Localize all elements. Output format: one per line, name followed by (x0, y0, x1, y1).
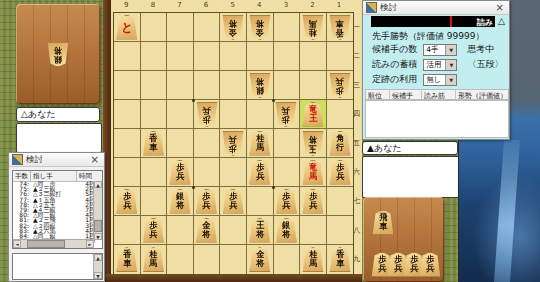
dropdown-arrow-icon: ▼ (445, 60, 456, 70)
square-5-5[interactable]: 歩兵 (220, 129, 247, 158)
square-2-6[interactable]: 竜馬 (300, 158, 327, 187)
sente-promoted-piece-竜王[interactable]: 竜王 (302, 102, 324, 127)
square-4-5[interactable]: 桂馬 (247, 129, 274, 158)
file-label: 7 (166, 1, 193, 9)
sente-piece-桂馬[interactable]: 桂馬 (142, 247, 164, 272)
candidate-column-header: 候補手 (390, 90, 422, 99)
sente-piece-歩兵[interactable]: 歩兵 (196, 189, 218, 214)
sente-piece-桂馬[interactable]: 桂馬 (249, 131, 271, 156)
gote-captured-pieces-stand: 銀将 (16, 4, 100, 104)
file-label: 5 (219, 1, 246, 9)
sente-piece-桂馬[interactable]: 桂馬 (302, 247, 324, 272)
square-4-2[interactable] (247, 42, 274, 71)
square-2-1[interactable]: 桂馬 (300, 13, 327, 42)
scroll-left-icon[interactable]: ◄ (13, 240, 21, 248)
square-8-7[interactable] (141, 187, 168, 216)
board-grid: と金将金将桂馬香車銀将歩兵歩兵歩兵竜王香車歩兵桂馬玉将角行歩兵歩兵竜馬歩兵歩兵銀… (113, 12, 354, 275)
pv-column-header: 読み筋 (422, 90, 456, 99)
square-9-3[interactable] (114, 71, 141, 100)
square-8-3[interactable] (141, 71, 168, 100)
evaluation-marker (450, 16, 452, 27)
file-label: 3 (273, 1, 300, 9)
search-reuse-select[interactable]: 活用 ▼ (423, 59, 457, 71)
gote-piece-桂馬[interactable]: 桂馬 (302, 15, 324, 40)
sente-captured-pieces-stand: 飛車歩兵歩兵歩兵歩兵 (363, 197, 444, 282)
square-8-9[interactable]: 桂馬 (141, 245, 168, 274)
move-list: 手数 指し手 時間 74:△同 歩4秒75:▲２三銀2秒76:△３二銀打5秒77… (12, 170, 103, 249)
sente-piece-王将[interactable]: 王将 (249, 218, 271, 243)
scroll-right-icon[interactable]: ► (86, 240, 94, 248)
sente-piece-香車[interactable]: 香車 (116, 247, 138, 272)
file-label: 1 (326, 1, 353, 9)
sente-player-name: ▲あなた (367, 142, 402, 155)
sente-piece-歩兵[interactable]: 歩兵 (419, 252, 441, 277)
search-reuse-label: 読みの蓄積 (372, 58, 417, 71)
close-icon[interactable]: × (494, 3, 506, 13)
square-5-2[interactable] (220, 42, 247, 71)
square-1-5[interactable]: 角行 (327, 129, 354, 158)
square-3-5[interactable] (274, 129, 301, 158)
square-2-4[interactable]: 竜王 (300, 100, 327, 129)
board-wood-frame-bottom (103, 274, 362, 282)
sente-piece-歩兵[interactable]: 歩兵 (222, 189, 244, 214)
gote-piece-金将[interactable]: 金将 (222, 15, 244, 40)
square-8-8[interactable]: 歩兵 (141, 216, 168, 245)
sente-piece-歩兵[interactable]: 歩兵 (116, 189, 138, 214)
square-5-7[interactable]: 歩兵 (220, 187, 247, 216)
square-1-7[interactable] (327, 187, 354, 216)
sente-player-plate: ▲あなた (362, 141, 458, 155)
sente-piece-香車[interactable]: 香車 (142, 131, 164, 156)
gote-piece-香車[interactable]: 香車 (329, 15, 351, 40)
candidate-count-label: 候補手の数 (372, 43, 417, 56)
star-point (272, 186, 275, 189)
shogi-board: 987654321 一二三四五六七八九 と金将金将桂馬香車銀将歩兵歩兵歩兵竜王香… (111, 0, 362, 274)
sente-piece-歩兵[interactable]: 歩兵 (302, 189, 324, 214)
gote-piece-銀将[interactable]: 銀将 (47, 42, 69, 67)
square-6-1[interactable] (194, 13, 221, 42)
shogi-app-screen: 987654321 一二三四五六七八九 と金将金将桂馬香車銀将歩兵歩兵歩兵竜王香… (0, 0, 540, 282)
sente-piece-歩兵[interactable]: 歩兵 (329, 160, 351, 185)
gote-piece-玉将[interactable]: 玉将 (302, 131, 324, 156)
sente-piece-歩兵[interactable]: 歩兵 (169, 160, 191, 185)
square-3-6[interactable] (274, 158, 301, 187)
candidate-count-select[interactable]: 4手 ▼ (423, 44, 457, 56)
gote-piece-銀将[interactable]: 銀将 (249, 73, 271, 98)
opening-book-label: 定跡の利用 (372, 73, 417, 86)
square-6-5[interactable] (194, 129, 221, 158)
mate-label: 詰み (477, 17, 493, 28)
square-6-9[interactable] (194, 245, 221, 274)
square-4-7[interactable] (247, 187, 274, 216)
sente-piece-香車[interactable]: 香車 (329, 247, 351, 272)
square-2-8[interactable] (300, 216, 327, 245)
file-coordinate-labels: 987654321 (113, 1, 353, 9)
file-label: 4 (246, 1, 273, 9)
square-2-2[interactable] (300, 42, 327, 71)
square-5-6[interactable] (220, 158, 247, 187)
square-7-7[interactable]: 銀将 (167, 187, 194, 216)
square-8-6[interactable] (141, 158, 168, 187)
square-1-9[interactable]: 香車 (327, 245, 354, 274)
gote-player-name: △あなた (21, 108, 56, 121)
eval-column-header: 形勢（評価値） (456, 90, 508, 99)
square-6-8[interactable]: 金将 (194, 216, 221, 245)
square-3-9[interactable] (274, 245, 301, 274)
square-1-1[interactable]: 香車 (327, 13, 354, 42)
sente-promoted-piece-と[interactable]: と (116, 15, 138, 40)
rank-column-header: 順位 (366, 90, 390, 99)
move-rows: 74:△同 歩4秒75:▲２三銀2秒76:△３二銀打5秒77:▲１五角4秒78:… (13, 181, 95, 243)
sente-piece-歩兵[interactable]: 歩兵 (249, 160, 271, 185)
square-1-8[interactable] (327, 216, 354, 245)
square-5-1[interactable]: 金将 (220, 13, 247, 42)
square-1-2[interactable] (327, 42, 354, 71)
square-2-7[interactable]: 歩兵 (300, 187, 327, 216)
file-label: 6 (193, 1, 220, 9)
square-7-8[interactable] (167, 216, 194, 245)
gote-info-box (16, 123, 102, 153)
square-4-6[interactable]: 歩兵 (247, 158, 274, 187)
square-9-9[interactable]: 香車 (114, 245, 141, 274)
square-4-8[interactable]: 王将 (247, 216, 274, 245)
star-point (272, 99, 275, 102)
dropdown-arrow-icon: ▼ (445, 45, 456, 55)
square-3-1[interactable] (274, 13, 301, 42)
strength-label: 〈五段〉 (467, 58, 503, 71)
square-9-5[interactable] (114, 129, 141, 158)
square-2-3[interactable] (300, 71, 327, 100)
square-7-1[interactable] (167, 13, 194, 42)
square-9-1[interactable]: と (114, 13, 141, 42)
square-3-7[interactable]: 歩兵 (274, 187, 301, 216)
file-label: 8 (140, 1, 167, 9)
scroll-up-icon[interactable]: ▲ (94, 254, 102, 261)
square-8-1[interactable] (141, 13, 168, 42)
comment-vertical-scrollbar[interactable]: ▲ ▼ (93, 254, 102, 279)
sente-piece-歩兵[interactable]: 歩兵 (275, 189, 297, 214)
square-6-7[interactable]: 歩兵 (194, 187, 221, 216)
square-7-9[interactable] (167, 245, 194, 274)
sente-piece-銀将[interactable]: 銀将 (275, 218, 297, 243)
square-9-7[interactable]: 歩兵 (114, 187, 141, 216)
square-3-8[interactable]: 銀将 (274, 216, 301, 245)
square-6-4[interactable]: 歩兵 (194, 100, 221, 129)
square-7-2[interactable] (167, 42, 194, 71)
square-1-6[interactable]: 歩兵 (327, 158, 354, 187)
sente-info-box (362, 156, 460, 198)
square-5-8[interactable] (220, 216, 247, 245)
sente-piece-銀将[interactable]: 銀将 (169, 189, 191, 214)
sente-piece-角行[interactable]: 角行 (329, 131, 351, 156)
square-9-4[interactable] (114, 100, 141, 129)
square-4-3[interactable]: 銀将 (247, 71, 274, 100)
kifu-comment-box[interactable]: ▲ ▼ (12, 253, 103, 280)
star-point (192, 99, 195, 102)
square-1-4[interactable] (327, 100, 354, 129)
scrollbar-thumb[interactable] (27, 240, 65, 248)
square-6-3[interactable] (194, 71, 221, 100)
evaluation-bar: 詰み (371, 16, 495, 27)
square-4-4[interactable] (247, 100, 274, 129)
dropdown-arrow-icon: ▼ (445, 75, 456, 85)
gote-piece-歩兵[interactable]: 歩兵 (196, 102, 218, 127)
sente-piece-金将[interactable]: 金将 (196, 218, 218, 243)
move-list-horizontal-scrollbar[interactable]: ◄ ► (13, 239, 94, 248)
square-8-4[interactable] (141, 100, 168, 129)
square-7-3[interactable] (167, 71, 194, 100)
square-7-5[interactable] (167, 129, 194, 158)
kifu-window-titlebar[interactable]: 検討 × (9, 153, 104, 167)
square-2-9[interactable]: 桂馬 (300, 245, 327, 274)
scrollbar-thumb[interactable] (94, 220, 102, 232)
square-4-1[interactable]: 金将 (247, 13, 274, 42)
gote-piece-金将[interactable]: 金将 (249, 15, 271, 40)
app-icon (12, 154, 23, 165)
gote-piece-歩兵[interactable]: 歩兵 (222, 131, 244, 156)
sente-piece-金将[interactable]: 金将 (249, 247, 271, 272)
analysis-window-title: 検討 (380, 2, 494, 14)
square-7-6[interactable]: 歩兵 (167, 158, 194, 187)
square-8-2[interactable] (141, 42, 168, 71)
square-9-8[interactable] (114, 216, 141, 245)
square-5-4[interactable] (220, 100, 247, 129)
move-list-vertical-scrollbar[interactable]: ▲ ▼ (93, 181, 102, 240)
kifu-window: 検討 × 手数 指し手 時間 74:△同 歩4秒75:▲２三銀2秒76:△３二銀… (8, 152, 105, 282)
square-8-5[interactable]: 香車 (141, 129, 168, 158)
square-3-3[interactable] (274, 71, 301, 100)
gote-player-plate: △あなた (16, 107, 100, 122)
square-5-9[interactable] (220, 245, 247, 274)
square-9-2[interactable] (114, 42, 141, 71)
file-label: 9 (113, 1, 140, 9)
square-1-3[interactable]: 歩兵 (327, 71, 354, 100)
analysis-window: 検討 × 詰み △ 先手勝勢（評価値 99999） 候補手の数 4手 ▼ 思考中… (362, 0, 510, 140)
square-6-2[interactable] (194, 42, 221, 71)
square-9-6[interactable] (114, 158, 141, 187)
app-icon (366, 2, 377, 13)
candidate-table-header: 順位 候補手 読み筋 形勢（評価値） (365, 89, 509, 100)
file-label: 2 (299, 1, 326, 9)
kifu-window-title: 検討 (26, 154, 89, 166)
square-3-4[interactable]: 歩兵 (274, 100, 301, 129)
gote-piece-歩兵[interactable]: 歩兵 (275, 102, 297, 127)
square-5-3[interactable] (220, 71, 247, 100)
square-3-2[interactable] (274, 42, 301, 71)
scroll-down-icon[interactable]: ▼ (94, 272, 102, 279)
square-6-6[interactable] (194, 158, 221, 187)
side-to-move-mark: △ (498, 16, 505, 26)
gote-piece-歩兵[interactable]: 歩兵 (329, 73, 351, 98)
star-point (192, 186, 195, 189)
analysis-window-titlebar[interactable]: 検討 × (363, 1, 509, 15)
square-7-4[interactable] (167, 100, 194, 129)
close-icon[interactable]: × (89, 155, 101, 165)
candidate-table-body (365, 100, 509, 138)
thinking-status: 思考中 (467, 43, 494, 56)
square-2-5[interactable]: 玉将 (300, 129, 327, 158)
square-4-9[interactable]: 金将 (247, 245, 274, 274)
opening-book-select[interactable]: 無し ▼ (423, 74, 457, 86)
scroll-down-icon[interactable]: ▼ (94, 233, 102, 240)
judgement-text: 先手勝勢（評価値 99999） (372, 30, 485, 43)
sente-piece-飛車[interactable]: 飛車 (372, 210, 394, 235)
sente-piece-歩兵[interactable]: 歩兵 (142, 218, 164, 243)
sente-promoted-piece-竜馬[interactable]: 竜馬 (302, 160, 324, 185)
scroll-up-icon[interactable]: ▲ (94, 181, 102, 188)
